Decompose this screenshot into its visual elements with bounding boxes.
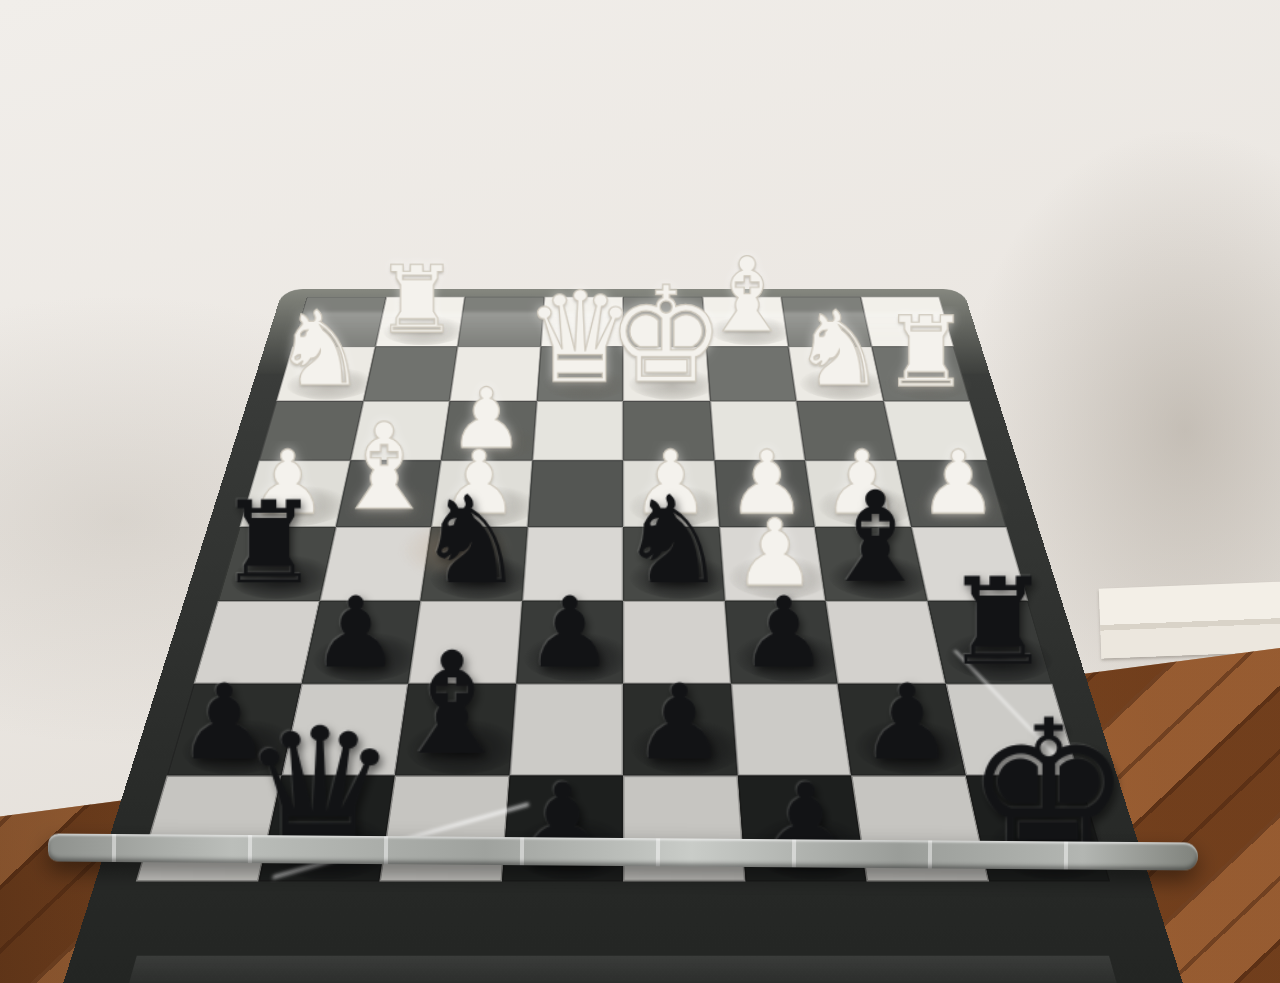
black-pawn-piece[interactable]: ♟ xyxy=(311,586,399,679)
square-d3[interactable]: ♟ xyxy=(516,601,623,683)
photo-of-marble-chess-set: ♜♝♞♛♚♞♜♟♟♝♟♟♟♟♟♜♞♞♟♝♟♟♟♜♟♝♟♟♛♟♟♚ xyxy=(0,0,1280,983)
square-b7[interactable] xyxy=(363,346,458,400)
square-e7[interactable]: ♚ xyxy=(623,346,710,400)
square-h7[interactable]: ♜ xyxy=(871,346,970,400)
black-knight-piece[interactable]: ♞ xyxy=(417,483,525,598)
black-pawn-piece[interactable]: ♟ xyxy=(633,673,727,772)
square-f3[interactable]: ♟ xyxy=(724,601,837,683)
black-pawn-piece[interactable]: ♟ xyxy=(525,586,613,679)
black-knight-piece[interactable]: ♞ xyxy=(619,483,727,598)
black-rook-piece[interactable]: ♜ xyxy=(944,566,1052,680)
baseboard xyxy=(1099,581,1280,658)
white-rook-piece[interactable]: ♜ xyxy=(375,256,458,344)
square-d5[interactable] xyxy=(527,461,623,527)
chess-board: ♜♝♞♛♚♞♜♟♟♝♟♟♟♟♟♜♞♞♟♝♟♟♟♜♟♝♟♟♛♟♟♚ xyxy=(136,297,1110,882)
square-c2[interactable]: ♝ xyxy=(395,683,516,776)
square-c4[interactable]: ♞ xyxy=(420,527,527,601)
black-bishop-piece[interactable]: ♝ xyxy=(819,478,932,598)
black-pawn-piece[interactable]: ♟ xyxy=(740,586,828,679)
white-knight-piece[interactable]: ♞ xyxy=(274,300,367,398)
square-d6[interactable] xyxy=(532,401,623,461)
white-knight-piece[interactable]: ♞ xyxy=(793,300,886,398)
square-e2[interactable]: ♟ xyxy=(623,683,737,776)
black-bishop-piece[interactable]: ♝ xyxy=(389,637,516,772)
white-rook-piece[interactable]: ♜ xyxy=(882,306,969,398)
square-g4[interactable]: ♝ xyxy=(815,527,927,601)
square-g7[interactable]: ♞ xyxy=(788,346,883,400)
black-rook-piece[interactable]: ♜ xyxy=(219,490,321,598)
square-c1[interactable] xyxy=(379,776,509,881)
square-a7[interactable]: ♞ xyxy=(276,346,375,400)
square-g2[interactable]: ♟ xyxy=(838,683,966,776)
square-b1[interactable]: ♛ xyxy=(258,776,395,881)
square-e4[interactable]: ♞ xyxy=(623,527,724,601)
black-pawn-piece[interactable]: ♟ xyxy=(861,673,955,772)
white-king-piece[interactable]: ♚ xyxy=(607,273,726,399)
square-b8[interactable]: ♜ xyxy=(375,297,465,347)
marble-sheen xyxy=(124,956,1122,983)
